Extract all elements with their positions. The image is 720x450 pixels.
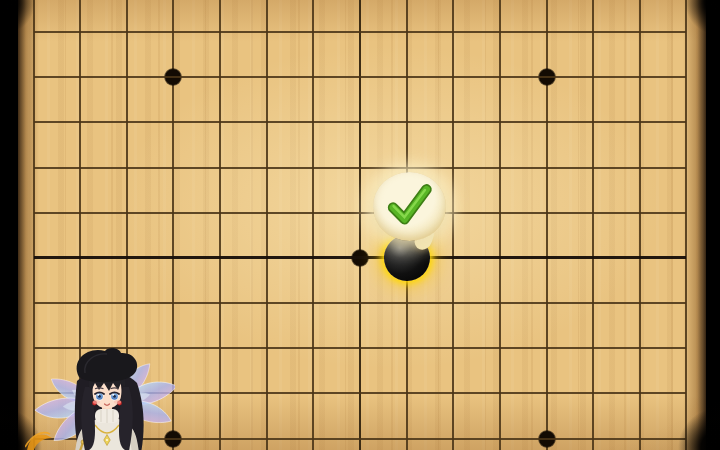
board-cell-K13[interactable] xyxy=(430,9,477,54)
board-cell-G14[interactable] xyxy=(290,0,337,9)
board-cell-O13[interactable] xyxy=(617,9,664,54)
board-cell-O12[interactable] xyxy=(617,55,664,100)
board-cell-G11[interactable] xyxy=(290,100,337,145)
board-cell-G7[interactable] xyxy=(290,281,337,326)
board-cell-C8[interactable] xyxy=(103,235,150,280)
board-cell-B13[interactable] xyxy=(57,9,104,54)
board-cell-N13[interactable] xyxy=(570,9,617,54)
board-cell-G4[interactable] xyxy=(290,416,337,450)
board-cell-E8[interactable] xyxy=(197,235,244,280)
board-cell-C7[interactable] xyxy=(103,281,150,326)
board-cell-M10[interactable] xyxy=(523,145,570,190)
board-cell-B7[interactable] xyxy=(57,281,104,326)
board-cell-K11[interactable] xyxy=(430,100,477,145)
board-cell-H13[interactable] xyxy=(337,9,384,54)
board-cell-H7[interactable] xyxy=(337,281,384,326)
board-cell-E5[interactable] xyxy=(197,371,244,416)
board-cell-D12[interactable] xyxy=(150,55,197,100)
board-cell-M4[interactable] xyxy=(523,416,570,450)
board-cell-C13[interactable] xyxy=(103,9,150,54)
board-cell-G10[interactable] xyxy=(290,145,337,190)
board-cell-B8[interactable] xyxy=(57,235,104,280)
board-cell-G13[interactable] xyxy=(290,9,337,54)
board-cell-F7[interactable] xyxy=(243,281,290,326)
board-cell-O10[interactable] xyxy=(617,145,664,190)
board-cell-C10[interactable] xyxy=(103,145,150,190)
board-cell-P14[interactable] xyxy=(663,0,710,9)
board-cell-P4[interactable] xyxy=(663,416,710,450)
board-cell-G12[interactable] xyxy=(290,55,337,100)
board-cell-E7[interactable] xyxy=(197,281,244,326)
board-cell-M12[interactable] xyxy=(523,55,570,100)
board-cell-E11[interactable] xyxy=(197,100,244,145)
board-cell-A7[interactable] xyxy=(10,281,57,326)
board-cell-O11[interactable] xyxy=(617,100,664,145)
board-cell-B12[interactable] xyxy=(57,55,104,100)
confirm-move-button[interactable] xyxy=(373,172,446,260)
board-cell-A10[interactable] xyxy=(10,145,57,190)
board-cell-H6[interactable] xyxy=(337,326,384,371)
board-cell-N5[interactable] xyxy=(570,371,617,416)
board-cell-B11[interactable] xyxy=(57,100,104,145)
board-cell-A14[interactable] xyxy=(10,0,57,9)
board-cell-O5[interactable] xyxy=(617,371,664,416)
board-cell-L5[interactable] xyxy=(477,371,524,416)
board-cell-J13[interactable] xyxy=(383,9,430,54)
star-point xyxy=(538,430,556,448)
board-cell-D11[interactable] xyxy=(150,100,197,145)
board-cell-A12[interactable] xyxy=(10,55,57,100)
board-cell-B10[interactable] xyxy=(57,145,104,190)
board-cell-K5[interactable] xyxy=(430,371,477,416)
board-cell-J14[interactable] xyxy=(383,0,430,9)
board-cell-P13[interactable] xyxy=(663,9,710,54)
board-cell-L13[interactable] xyxy=(477,9,524,54)
board-cell-E9[interactable] xyxy=(197,190,244,235)
board-cell-K12[interactable] xyxy=(430,55,477,100)
board-cell-N8[interactable] xyxy=(570,235,617,280)
board-cell-L4[interactable] xyxy=(477,416,524,450)
board-cell-A13[interactable] xyxy=(10,9,57,54)
board-cell-G8[interactable] xyxy=(290,235,337,280)
board-cell-P8[interactable] xyxy=(663,235,710,280)
board-cell-N10[interactable] xyxy=(570,145,617,190)
board-cell-L14[interactable] xyxy=(477,0,524,9)
board-cell-E10[interactable] xyxy=(197,145,244,190)
board-cell-D8[interactable] xyxy=(150,235,197,280)
board-cell-A11[interactable] xyxy=(10,100,57,145)
star-point xyxy=(351,249,369,267)
board-cell-F6[interactable] xyxy=(243,326,290,371)
board-cell-O7[interactable] xyxy=(617,281,664,326)
board-cell-B14[interactable] xyxy=(57,0,104,9)
board-cell-M5[interactable] xyxy=(523,371,570,416)
board-cell-E14[interactable] xyxy=(197,0,244,9)
board-cell-M8[interactable] xyxy=(523,235,570,280)
board-cell-G5[interactable] xyxy=(290,371,337,416)
board-cell-F5[interactable] xyxy=(243,371,290,416)
board-cell-C9[interactable] xyxy=(103,190,150,235)
board-cell-D7[interactable] xyxy=(150,281,197,326)
board-cell-D13[interactable] xyxy=(150,9,197,54)
board-cell-H14[interactable] xyxy=(337,0,384,9)
board-cell-F14[interactable] xyxy=(243,0,290,9)
board-cell-F4[interactable] xyxy=(243,416,290,450)
board-viewport xyxy=(0,0,720,450)
board-cell-J5[interactable] xyxy=(383,371,430,416)
board-cell-K6[interactable] xyxy=(430,326,477,371)
board-cell-C12[interactable] xyxy=(103,55,150,100)
board-cell-H11[interactable] xyxy=(337,100,384,145)
board-cell-L7[interactable] xyxy=(477,281,524,326)
board-cell-N7[interactable] xyxy=(570,281,617,326)
board-cell-P10[interactable] xyxy=(663,145,710,190)
board-cell-H4[interactable] xyxy=(337,416,384,450)
board-cell-F10[interactable] xyxy=(243,145,290,190)
star-point xyxy=(164,68,182,86)
board-cell-N6[interactable] xyxy=(570,326,617,371)
board-cell-N11[interactable] xyxy=(570,100,617,145)
board-cell-D10[interactable] xyxy=(150,145,197,190)
board-cell-H5[interactable] xyxy=(337,371,384,416)
board-cell-F8[interactable] xyxy=(243,235,290,280)
board-cell-F12[interactable] xyxy=(243,55,290,100)
board-cell-K14[interactable] xyxy=(430,0,477,9)
board-cell-D9[interactable] xyxy=(150,190,197,235)
board-cell-E4[interactable] xyxy=(197,416,244,450)
board-cell-A9[interactable] xyxy=(10,190,57,235)
board-cell-O4[interactable] xyxy=(617,416,664,450)
board-cell-J12[interactable] xyxy=(383,55,430,100)
board-cell-J4[interactable] xyxy=(383,416,430,450)
board-cell-O8[interactable] xyxy=(617,235,664,280)
board-cell-O6[interactable] xyxy=(617,326,664,371)
board-cell-H12[interactable] xyxy=(337,55,384,100)
board-cell-D14[interactable] xyxy=(150,0,197,9)
board-cell-F11[interactable] xyxy=(243,100,290,145)
board-cell-M7[interactable] xyxy=(523,281,570,326)
board-cell-B9[interactable] xyxy=(57,190,104,235)
board-cell-K7[interactable] xyxy=(430,281,477,326)
app-screen xyxy=(0,0,720,450)
board-cell-L9[interactable] xyxy=(477,190,524,235)
board-cell-O14[interactable] xyxy=(617,0,664,9)
board-cell-A8[interactable] xyxy=(10,235,57,280)
board-cell-M9[interactable] xyxy=(523,190,570,235)
board-cell-L6[interactable] xyxy=(477,326,524,371)
board-cell-J7[interactable] xyxy=(383,281,430,326)
board-cell-G9[interactable] xyxy=(290,190,337,235)
board-cell-M13[interactable] xyxy=(523,9,570,54)
board-cell-L8[interactable] xyxy=(477,235,524,280)
board-cell-P11[interactable] xyxy=(663,100,710,145)
board-cell-P5[interactable] xyxy=(663,371,710,416)
board-cell-L11[interactable] xyxy=(477,100,524,145)
board-cell-G6[interactable] xyxy=(290,326,337,371)
board-cell-P6[interactable] xyxy=(663,326,710,371)
board-cell-P12[interactable] xyxy=(663,55,710,100)
board-cell-C14[interactable] xyxy=(103,0,150,9)
board-cell-M14[interactable] xyxy=(523,0,570,9)
board-cell-N14[interactable] xyxy=(570,0,617,9)
board-cell-N12[interactable] xyxy=(570,55,617,100)
board-cell-J6[interactable] xyxy=(383,326,430,371)
board-cell-N9[interactable] xyxy=(570,190,617,235)
board-cell-P7[interactable] xyxy=(663,281,710,326)
board-cell-E13[interactable] xyxy=(197,9,244,54)
board-cell-C11[interactable] xyxy=(103,100,150,145)
board-cell-M6[interactable] xyxy=(523,326,570,371)
board-cell-E6[interactable] xyxy=(197,326,244,371)
board-cell-J11[interactable] xyxy=(383,100,430,145)
green-checkmark-icon xyxy=(381,177,438,234)
board-cell-K4[interactable] xyxy=(430,416,477,450)
gold-ribbon xyxy=(25,433,52,450)
board-cell-E12[interactable] xyxy=(197,55,244,100)
board-cell-F13[interactable] xyxy=(243,9,290,54)
board-cell-P9[interactable] xyxy=(663,190,710,235)
board-cell-L10[interactable] xyxy=(477,145,524,190)
board-cell-O9[interactable] xyxy=(617,190,664,235)
board-cell-M11[interactable] xyxy=(523,100,570,145)
board-cell-L12[interactable] xyxy=(477,55,524,100)
character-avatar xyxy=(25,343,175,450)
star-point xyxy=(538,68,556,86)
board-cell-F9[interactable] xyxy=(243,190,290,235)
board-cell-N4[interactable] xyxy=(570,416,617,450)
